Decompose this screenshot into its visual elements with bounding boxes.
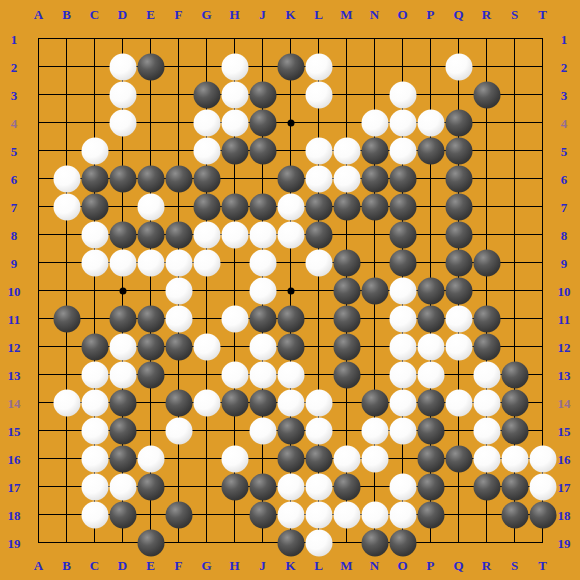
col-label-top-E: E	[146, 8, 155, 21]
white-stone-P13	[417, 361, 444, 388]
white-stone-E9	[137, 249, 164, 276]
white-stone-J9	[249, 249, 276, 276]
black-stone-J7	[249, 193, 276, 220]
black-stone-P14	[417, 389, 444, 416]
black-stone-J18	[249, 501, 276, 528]
black-stone-K19	[277, 529, 304, 556]
black-stone-S18	[501, 501, 528, 528]
row-label-left-2: 2	[11, 60, 18, 73]
white-stone-O4	[389, 109, 416, 136]
white-stone-J12	[249, 333, 276, 360]
black-stone-B11	[53, 305, 80, 332]
black-stone-P16	[417, 445, 444, 472]
col-label-top-N: N	[370, 8, 379, 21]
white-stone-O11	[389, 305, 416, 332]
col-label-top-O: O	[397, 8, 407, 21]
row-label-right-3: 3	[561, 88, 568, 101]
row-label-left-17: 17	[8, 480, 21, 493]
white-stone-H3	[221, 81, 248, 108]
black-stone-R3	[473, 81, 500, 108]
black-stone-D8	[109, 221, 136, 248]
black-stone-J3	[249, 81, 276, 108]
black-stone-J17	[249, 473, 276, 500]
row-label-right-12: 12	[558, 340, 571, 353]
white-stone-L15	[305, 417, 332, 444]
white-stone-L17	[305, 473, 332, 500]
white-stone-N18	[361, 501, 388, 528]
white-stone-O3	[389, 81, 416, 108]
row-label-right-13: 13	[558, 368, 571, 381]
white-stone-R15	[473, 417, 500, 444]
white-stone-C15	[81, 417, 108, 444]
white-stone-Q2	[445, 53, 472, 80]
black-stone-Q10	[445, 277, 472, 304]
white-stone-L14	[305, 389, 332, 416]
black-stone-L7	[305, 193, 332, 220]
white-stone-P12	[417, 333, 444, 360]
row-label-left-10: 10	[8, 284, 21, 297]
black-stone-Q5	[445, 137, 472, 164]
black-stone-R9	[473, 249, 500, 276]
white-stone-D12	[109, 333, 136, 360]
black-stone-E11	[137, 305, 164, 332]
col-label-top-Q: Q	[453, 8, 463, 21]
white-stone-H2	[221, 53, 248, 80]
black-stone-S17	[501, 473, 528, 500]
black-stone-E6	[137, 165, 164, 192]
white-stone-F11	[165, 305, 192, 332]
black-stone-F8	[165, 221, 192, 248]
row-label-left-14: 14	[8, 396, 21, 409]
white-stone-E7	[137, 193, 164, 220]
white-stone-K8	[277, 221, 304, 248]
white-stone-P4	[417, 109, 444, 136]
white-stone-K18	[277, 501, 304, 528]
black-stone-O6	[389, 165, 416, 192]
col-label-top-K: K	[285, 8, 295, 21]
black-stone-N6	[361, 165, 388, 192]
black-stone-S13	[501, 361, 528, 388]
white-stone-L19	[305, 529, 332, 556]
black-stone-K16	[277, 445, 304, 472]
white-stone-G9	[193, 249, 220, 276]
row-label-right-2: 2	[561, 60, 568, 73]
col-label-bottom-R: R	[482, 559, 491, 572]
black-stone-E17	[137, 473, 164, 500]
black-stone-D15	[109, 417, 136, 444]
white-stone-M18	[333, 501, 360, 528]
col-label-bottom-F: F	[175, 559, 183, 572]
white-stone-E16	[137, 445, 164, 472]
row-label-right-1: 1	[561, 32, 568, 45]
row-label-left-18: 18	[8, 508, 21, 521]
black-stone-Q16	[445, 445, 472, 472]
white-stone-R13	[473, 361, 500, 388]
black-stone-D14	[109, 389, 136, 416]
col-label-top-R: R	[482, 8, 491, 21]
white-stone-O15	[389, 417, 416, 444]
white-stone-L2	[305, 53, 332, 80]
white-stone-O5	[389, 137, 416, 164]
black-stone-P17	[417, 473, 444, 500]
col-label-bottom-P: P	[427, 559, 435, 572]
row-label-left-6: 6	[11, 172, 18, 185]
white-stone-B7	[53, 193, 80, 220]
col-label-top-G: G	[201, 8, 211, 21]
row-label-left-9: 9	[11, 256, 18, 269]
white-stone-K14	[277, 389, 304, 416]
black-stone-P10	[417, 277, 444, 304]
white-stone-K7	[277, 193, 304, 220]
col-label-bottom-G: G	[201, 559, 211, 572]
col-label-bottom-T: T	[538, 559, 547, 572]
black-stone-N5	[361, 137, 388, 164]
white-stone-F9	[165, 249, 192, 276]
white-stone-G5	[193, 137, 220, 164]
black-stone-J14	[249, 389, 276, 416]
white-stone-N4	[361, 109, 388, 136]
white-stone-J10	[249, 277, 276, 304]
row-label-left-1: 1	[11, 32, 18, 45]
black-stone-E19	[137, 529, 164, 556]
col-label-bottom-H: H	[229, 559, 239, 572]
white-stone-G14	[193, 389, 220, 416]
row-label-right-17: 17	[558, 480, 571, 493]
black-stone-R12	[473, 333, 500, 360]
white-stone-O12	[389, 333, 416, 360]
black-stone-E8	[137, 221, 164, 248]
black-stone-K6	[277, 165, 304, 192]
black-stone-L8	[305, 221, 332, 248]
white-stone-O14	[389, 389, 416, 416]
white-stone-C17	[81, 473, 108, 500]
black-stone-D16	[109, 445, 136, 472]
black-stone-E2	[137, 53, 164, 80]
black-stone-R11	[473, 305, 500, 332]
black-stone-F18	[165, 501, 192, 528]
white-stone-H11	[221, 305, 248, 332]
black-stone-M11	[333, 305, 360, 332]
white-stone-Q11	[445, 305, 472, 332]
black-stone-Q6	[445, 165, 472, 192]
black-stone-N7	[361, 193, 388, 220]
white-stone-S16	[501, 445, 528, 472]
black-stone-H5	[221, 137, 248, 164]
white-stone-C18	[81, 501, 108, 528]
col-label-top-B: B	[62, 8, 71, 21]
col-label-bottom-E: E	[146, 559, 155, 572]
black-stone-P15	[417, 417, 444, 444]
black-stone-F14	[165, 389, 192, 416]
black-stone-N10	[361, 277, 388, 304]
white-stone-M5	[333, 137, 360, 164]
white-stone-D3	[109, 81, 136, 108]
go-board[interactable]: AABBCCDDEEFFGGHHJJKKLLMMNNOOPPQQRRSSTT11…	[0, 0, 580, 580]
col-label-bottom-A: A	[34, 559, 43, 572]
white-stone-D17	[109, 473, 136, 500]
white-stone-C14	[81, 389, 108, 416]
black-stone-E13	[137, 361, 164, 388]
black-stone-K11	[277, 305, 304, 332]
black-stone-T18	[529, 501, 556, 528]
col-label-bottom-S: S	[511, 559, 518, 572]
black-stone-P18	[417, 501, 444, 528]
white-stone-B6	[53, 165, 80, 192]
black-stone-F12	[165, 333, 192, 360]
star-point-D10	[119, 287, 126, 294]
star-point-K10	[287, 287, 294, 294]
row-label-right-10: 10	[558, 284, 571, 297]
col-label-top-S: S	[511, 8, 518, 21]
black-stone-C6	[81, 165, 108, 192]
white-stone-C5	[81, 137, 108, 164]
black-stone-D6	[109, 165, 136, 192]
black-stone-O7	[389, 193, 416, 220]
black-stone-O8	[389, 221, 416, 248]
white-stone-L3	[305, 81, 332, 108]
col-label-top-L: L	[314, 8, 323, 21]
black-stone-R17	[473, 473, 500, 500]
col-label-top-D: D	[118, 8, 127, 21]
col-label-bottom-O: O	[397, 559, 407, 572]
white-stone-L18	[305, 501, 332, 528]
white-stone-N15	[361, 417, 388, 444]
white-stone-H8	[221, 221, 248, 248]
col-label-top-A: A	[34, 8, 43, 21]
black-stone-L16	[305, 445, 332, 472]
col-label-bottom-D: D	[118, 559, 127, 572]
white-stone-L6	[305, 165, 332, 192]
star-point-K4	[287, 119, 294, 126]
white-stone-J13	[249, 361, 276, 388]
black-stone-S14	[501, 389, 528, 416]
black-stone-K12	[277, 333, 304, 360]
white-stone-G12	[193, 333, 220, 360]
black-stone-P5	[417, 137, 444, 164]
black-stone-Q9	[445, 249, 472, 276]
col-label-bottom-J: J	[259, 559, 266, 572]
white-stone-Q12	[445, 333, 472, 360]
row-label-left-8: 8	[11, 228, 18, 241]
white-stone-D2	[109, 53, 136, 80]
white-stone-C9	[81, 249, 108, 276]
white-stone-D4	[109, 109, 136, 136]
col-label-top-M: M	[340, 8, 352, 21]
row-label-right-18: 18	[558, 508, 571, 521]
col-label-top-F: F	[175, 8, 183, 21]
row-label-right-6: 6	[561, 172, 568, 185]
row-label-left-3: 3	[11, 88, 18, 101]
white-stone-L5	[305, 137, 332, 164]
black-stone-S15	[501, 417, 528, 444]
black-stone-H7	[221, 193, 248, 220]
black-stone-E12	[137, 333, 164, 360]
col-label-top-P: P	[427, 8, 435, 21]
row-label-right-14: 14	[558, 396, 571, 409]
col-label-bottom-C: C	[90, 559, 99, 572]
row-label-right-4: 4	[561, 116, 568, 129]
col-label-bottom-B: B	[62, 559, 71, 572]
black-stone-N14	[361, 389, 388, 416]
black-stone-C12	[81, 333, 108, 360]
col-label-bottom-Q: Q	[453, 559, 463, 572]
row-label-left-7: 7	[11, 200, 18, 213]
white-stone-G8	[193, 221, 220, 248]
white-stone-K17	[277, 473, 304, 500]
black-stone-J5	[249, 137, 276, 164]
row-label-right-15: 15	[558, 424, 571, 437]
col-label-bottom-K: K	[285, 559, 295, 572]
white-stone-M16	[333, 445, 360, 472]
white-stone-R16	[473, 445, 500, 472]
black-stone-Q7	[445, 193, 472, 220]
col-label-top-C: C	[90, 8, 99, 21]
white-stone-D13	[109, 361, 136, 388]
white-stone-B14	[53, 389, 80, 416]
white-stone-D9	[109, 249, 136, 276]
row-label-left-12: 12	[8, 340, 21, 353]
row-label-left-13: 13	[8, 368, 21, 381]
black-stone-P11	[417, 305, 444, 332]
white-stone-G4	[193, 109, 220, 136]
black-stone-O19	[389, 529, 416, 556]
white-stone-T16	[529, 445, 556, 472]
black-stone-G7	[193, 193, 220, 220]
white-stone-C8	[81, 221, 108, 248]
black-stone-H17	[221, 473, 248, 500]
black-stone-J4	[249, 109, 276, 136]
white-stone-C16	[81, 445, 108, 472]
black-stone-F6	[165, 165, 192, 192]
black-stone-M12	[333, 333, 360, 360]
white-stone-H13	[221, 361, 248, 388]
black-stone-C7	[81, 193, 108, 220]
white-stone-Q14	[445, 389, 472, 416]
white-stone-J15	[249, 417, 276, 444]
white-stone-F15	[165, 417, 192, 444]
black-stone-Q8	[445, 221, 472, 248]
white-stone-N16	[361, 445, 388, 472]
col-label-bottom-N: N	[370, 559, 379, 572]
white-stone-M6	[333, 165, 360, 192]
black-stone-M17	[333, 473, 360, 500]
white-stone-J8	[249, 221, 276, 248]
black-stone-H14	[221, 389, 248, 416]
row-label-right-19: 19	[558, 536, 571, 549]
black-stone-M9	[333, 249, 360, 276]
black-stone-M10	[333, 277, 360, 304]
row-label-right-5: 5	[561, 144, 568, 157]
col-label-bottom-M: M	[340, 559, 352, 572]
row-label-left-5: 5	[11, 144, 18, 157]
black-stone-G6	[193, 165, 220, 192]
row-label-left-4: 4	[11, 116, 18, 129]
white-stone-O13	[389, 361, 416, 388]
white-stone-L9	[305, 249, 332, 276]
black-stone-M13	[333, 361, 360, 388]
row-label-left-16: 16	[8, 452, 21, 465]
black-stone-D11	[109, 305, 136, 332]
row-label-right-8: 8	[561, 228, 568, 241]
col-label-top-T: T	[538, 8, 547, 21]
white-stone-R14	[473, 389, 500, 416]
white-stone-O17	[389, 473, 416, 500]
col-label-top-H: H	[229, 8, 239, 21]
black-stone-M7	[333, 193, 360, 220]
col-label-bottom-L: L	[314, 559, 323, 572]
black-stone-K15	[277, 417, 304, 444]
black-stone-G3	[193, 81, 220, 108]
white-stone-C13	[81, 361, 108, 388]
white-stone-H16	[221, 445, 248, 472]
black-stone-N19	[361, 529, 388, 556]
black-stone-D18	[109, 501, 136, 528]
white-stone-O18	[389, 501, 416, 528]
white-stone-H4	[221, 109, 248, 136]
col-label-top-J: J	[259, 8, 266, 21]
black-stone-O9	[389, 249, 416, 276]
row-label-left-15: 15	[8, 424, 21, 437]
row-label-right-9: 9	[561, 256, 568, 269]
row-label-right-11: 11	[558, 312, 570, 325]
white-stone-F10	[165, 277, 192, 304]
row-label-left-11: 11	[8, 312, 20, 325]
black-stone-Q4	[445, 109, 472, 136]
white-stone-T17	[529, 473, 556, 500]
black-stone-J11	[249, 305, 276, 332]
row-label-right-16: 16	[558, 452, 571, 465]
row-label-right-7: 7	[561, 200, 568, 213]
black-stone-K2	[277, 53, 304, 80]
white-stone-O10	[389, 277, 416, 304]
white-stone-K13	[277, 361, 304, 388]
row-label-left-19: 19	[8, 536, 21, 549]
